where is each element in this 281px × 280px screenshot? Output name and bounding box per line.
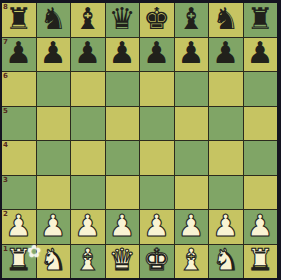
- square-g3[interactable]: [209, 176, 243, 210]
- square-f7[interactable]: ♟: [175, 38, 209, 72]
- white-king[interactable]: ♚: [143, 245, 170, 275]
- chess-app-window: 8♜♞♝♛♚♝♞♜7♟♟♟♟♟♟♟♟65432♟♟♟♟♟♟♟♟1♜♞♝♛♚♝♞♜…: [0, 0, 281, 280]
- black-bishop[interactable]: ♝: [74, 4, 101, 34]
- square-d5[interactable]: [106, 107, 140, 141]
- square-d7[interactable]: ♟: [106, 38, 140, 72]
- white-pawn[interactable]: ♟: [40, 211, 67, 241]
- square-d3[interactable]: [106, 176, 140, 210]
- square-c3[interactable]: [71, 176, 105, 210]
- square-d4[interactable]: [106, 141, 140, 175]
- black-rook[interactable]: ♜: [247, 4, 274, 34]
- square-c4[interactable]: [71, 141, 105, 175]
- square-c5[interactable]: [71, 107, 105, 141]
- black-king[interactable]: ♚: [143, 4, 170, 34]
- black-bishop[interactable]: ♝: [178, 4, 205, 34]
- white-pawn[interactable]: ♟: [143, 211, 170, 241]
- black-pawn[interactable]: ♟: [40, 38, 67, 68]
- white-knight[interactable]: ♞: [212, 245, 239, 275]
- square-f4[interactable]: [175, 141, 209, 175]
- black-rook[interactable]: ♜: [5, 4, 32, 34]
- black-pawn[interactable]: ♟: [212, 38, 239, 68]
- square-h1[interactable]: ♜: [244, 245, 278, 279]
- square-g5[interactable]: [209, 107, 243, 141]
- square-f1[interactable]: ♝: [175, 245, 209, 279]
- black-pawn[interactable]: ♟: [143, 38, 170, 68]
- square-a4[interactable]: 4: [2, 141, 36, 175]
- white-knight[interactable]: ♞: [40, 245, 67, 275]
- square-b2[interactable]: ♟: [37, 210, 71, 244]
- square-a7[interactable]: 7♟: [2, 38, 36, 72]
- square-h2[interactable]: ♟: [244, 210, 278, 244]
- square-a8[interactable]: 8♜: [2, 3, 36, 37]
- white-rook[interactable]: ♜: [247, 245, 274, 275]
- square-h3[interactable]: [244, 176, 278, 210]
- square-a3[interactable]: 3: [2, 176, 36, 210]
- square-b5[interactable]: [37, 107, 71, 141]
- white-pawn[interactable]: ♟: [74, 211, 101, 241]
- white-queen[interactable]: ♛: [109, 245, 136, 275]
- white-bishop[interactable]: ♝: [74, 245, 101, 275]
- square-d8[interactable]: ♛: [106, 3, 140, 37]
- square-a2[interactable]: 2♟: [2, 210, 36, 244]
- square-f2[interactable]: ♟: [175, 210, 209, 244]
- square-c7[interactable]: ♟: [71, 38, 105, 72]
- black-pawn[interactable]: ♟: [109, 38, 136, 68]
- square-f6[interactable]: [175, 72, 209, 106]
- square-a5[interactable]: 5: [2, 107, 36, 141]
- white-pawn[interactable]: ♟: [5, 211, 32, 241]
- square-g4[interactable]: [209, 141, 243, 175]
- white-pawn[interactable]: ♟: [178, 211, 205, 241]
- square-d1[interactable]: ♛: [106, 245, 140, 279]
- square-f5[interactable]: [175, 107, 209, 141]
- square-e1[interactable]: ♚: [140, 245, 174, 279]
- square-b7[interactable]: ♟: [37, 38, 71, 72]
- square-e4[interactable]: [140, 141, 174, 175]
- square-e8[interactable]: ♚: [140, 3, 174, 37]
- chess-board: 8♜♞♝♛♚♝♞♜7♟♟♟♟♟♟♟♟65432♟♟♟♟♟♟♟♟1♜♞♝♛♚♝♞♜: [2, 3, 277, 278]
- square-c6[interactable]: [71, 72, 105, 106]
- square-a1[interactable]: 1♜: [2, 245, 36, 279]
- square-c2[interactable]: ♟: [71, 210, 105, 244]
- square-d6[interactable]: [106, 72, 140, 106]
- white-bishop[interactable]: ♝: [178, 245, 205, 275]
- square-g2[interactable]: ♟: [209, 210, 243, 244]
- square-g8[interactable]: ♞: [209, 3, 243, 37]
- square-b8[interactable]: ♞: [37, 3, 71, 37]
- square-f8[interactable]: ♝: [175, 3, 209, 37]
- black-pawn[interactable]: ♟: [178, 38, 205, 68]
- square-c1[interactable]: ♝: [71, 245, 105, 279]
- square-d2[interactable]: ♟: [106, 210, 140, 244]
- square-b1[interactable]: ♞: [37, 245, 71, 279]
- square-g6[interactable]: [209, 72, 243, 106]
- black-pawn[interactable]: ♟: [74, 38, 101, 68]
- square-a6[interactable]: 6: [2, 72, 36, 106]
- black-queen[interactable]: ♛: [109, 4, 136, 34]
- square-e2[interactable]: ♟: [140, 210, 174, 244]
- square-h4[interactable]: [244, 141, 278, 175]
- black-knight[interactable]: ♞: [40, 4, 67, 34]
- white-pawn[interactable]: ♟: [109, 211, 136, 241]
- square-g1[interactable]: ♞: [209, 245, 243, 279]
- square-h6[interactable]: [244, 72, 278, 106]
- square-e7[interactable]: ♟: [140, 38, 174, 72]
- square-g7[interactable]: ♟: [209, 38, 243, 72]
- white-pawn[interactable]: ♟: [212, 211, 239, 241]
- rank-label-3: 3: [3, 176, 8, 184]
- square-h7[interactable]: ♟: [244, 38, 278, 72]
- black-knight[interactable]: ♞: [212, 4, 239, 34]
- square-h5[interactable]: [244, 107, 278, 141]
- square-e5[interactable]: [140, 107, 174, 141]
- rank-label-6: 6: [3, 72, 8, 80]
- rank-label-5: 5: [3, 107, 8, 115]
- black-pawn[interactable]: ♟: [247, 38, 274, 68]
- square-b6[interactable]: [37, 72, 71, 106]
- white-pawn[interactable]: ♟: [247, 211, 274, 241]
- square-h8[interactable]: ♜: [244, 3, 278, 37]
- square-f3[interactable]: [175, 176, 209, 210]
- black-pawn[interactable]: ♟: [5, 38, 32, 68]
- square-e3[interactable]: [140, 176, 174, 210]
- square-b3[interactable]: [37, 176, 71, 210]
- square-c8[interactable]: ♝: [71, 3, 105, 37]
- square-e6[interactable]: [140, 72, 174, 106]
- square-b4[interactable]: [37, 141, 71, 175]
- white-rook[interactable]: ♜: [5, 245, 32, 275]
- rank-label-4: 4: [3, 141, 8, 149]
